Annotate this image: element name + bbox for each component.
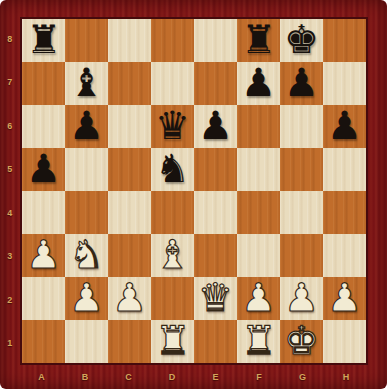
- square-h2[interactable]: ♟: [323, 277, 366, 320]
- square-a5[interactable]: ♟: [22, 148, 65, 191]
- piece-white-pawn: ♟: [69, 278, 104, 317]
- piece-white-rook: ♜: [241, 321, 276, 360]
- square-f7[interactable]: ♟: [237, 62, 280, 105]
- piece-black-rook: ♜: [26, 20, 61, 59]
- file-label-c: C: [107, 365, 151, 389]
- rank-label-8: 8: [0, 17, 20, 61]
- square-b7[interactable]: ♝: [65, 62, 108, 105]
- file-label-f: F: [238, 365, 282, 389]
- chess-board-frame: 87654321 ABCDEFGH ♜♜♚♝♟♟♟♛♟♟♟♞♟♞♝♟♟♛♟♟♟♜…: [0, 0, 387, 389]
- rank-label-7: 7: [0, 61, 20, 105]
- rank-label-3: 3: [0, 235, 20, 279]
- square-c3[interactable]: [108, 234, 151, 277]
- square-f3[interactable]: [237, 234, 280, 277]
- square-f8[interactable]: ♜: [237, 19, 280, 62]
- square-e6[interactable]: ♟: [194, 105, 237, 148]
- square-c2[interactable]: ♟: [108, 277, 151, 320]
- square-c6[interactable]: [108, 105, 151, 148]
- square-e8[interactable]: [194, 19, 237, 62]
- square-f4[interactable]: [237, 191, 280, 234]
- piece-black-bishop: ♝: [69, 63, 104, 102]
- square-c1[interactable]: [108, 320, 151, 363]
- square-d6[interactable]: ♛: [151, 105, 194, 148]
- piece-black-rook: ♜: [241, 20, 276, 59]
- square-e7[interactable]: [194, 62, 237, 105]
- square-b2[interactable]: ♟: [65, 277, 108, 320]
- square-g3[interactable]: [280, 234, 323, 277]
- piece-black-pawn: ♟: [69, 106, 104, 145]
- square-b1[interactable]: [65, 320, 108, 363]
- piece-black-knight: ♞: [155, 149, 190, 188]
- square-g8[interactable]: ♚: [280, 19, 323, 62]
- piece-black-pawn: ♟: [241, 63, 276, 102]
- square-d8[interactable]: [151, 19, 194, 62]
- square-b4[interactable]: [65, 191, 108, 234]
- file-label-b: B: [64, 365, 108, 389]
- square-g2[interactable]: ♟: [280, 277, 323, 320]
- square-d2[interactable]: [151, 277, 194, 320]
- piece-black-pawn: ♟: [198, 106, 233, 145]
- piece-white-pawn: ♟: [284, 278, 319, 317]
- square-c7[interactable]: [108, 62, 151, 105]
- square-f2[interactable]: ♟: [237, 277, 280, 320]
- file-label-d: D: [151, 365, 195, 389]
- square-a2[interactable]: [22, 277, 65, 320]
- piece-white-pawn: ♟: [327, 278, 362, 317]
- square-e1[interactable]: [194, 320, 237, 363]
- square-c8[interactable]: [108, 19, 151, 62]
- square-b8[interactable]: [65, 19, 108, 62]
- square-g1[interactable]: ♚: [280, 320, 323, 363]
- square-a7[interactable]: [22, 62, 65, 105]
- square-e2[interactable]: ♛: [194, 277, 237, 320]
- square-a3[interactable]: ♟: [22, 234, 65, 277]
- piece-white-knight: ♞: [69, 235, 104, 274]
- square-c4[interactable]: [108, 191, 151, 234]
- chess-board: ♜♜♚♝♟♟♟♛♟♟♟♞♟♞♝♟♟♛♟♟♟♜♜♚: [20, 17, 368, 365]
- square-f5[interactable]: [237, 148, 280, 191]
- rank-label-2: 2: [0, 278, 20, 322]
- square-b5[interactable]: [65, 148, 108, 191]
- file-labels: ABCDEFGH: [20, 365, 368, 389]
- square-h7[interactable]: [323, 62, 366, 105]
- piece-black-pawn: ♟: [327, 106, 362, 145]
- piece-black-pawn: ♟: [26, 149, 61, 188]
- rank-label-5: 5: [0, 148, 20, 192]
- square-d7[interactable]: [151, 62, 194, 105]
- piece-white-pawn: ♟: [241, 278, 276, 317]
- piece-white-king: ♚: [284, 321, 319, 360]
- square-a8[interactable]: ♜: [22, 19, 65, 62]
- square-a1[interactable]: [22, 320, 65, 363]
- piece-white-bishop: ♝: [155, 235, 190, 274]
- piece-black-pawn: ♟: [284, 63, 319, 102]
- file-label-h: H: [325, 365, 369, 389]
- square-h5[interactable]: [323, 148, 366, 191]
- file-label-e: E: [194, 365, 238, 389]
- square-d5[interactable]: ♞: [151, 148, 194, 191]
- square-c5[interactable]: [108, 148, 151, 191]
- piece-white-rook: ♜: [155, 321, 190, 360]
- square-d3[interactable]: ♝: [151, 234, 194, 277]
- square-h8[interactable]: [323, 19, 366, 62]
- square-g6[interactable]: [280, 105, 323, 148]
- rank-labels: 87654321: [0, 17, 20, 365]
- piece-white-pawn: ♟: [112, 278, 147, 317]
- square-a4[interactable]: [22, 191, 65, 234]
- piece-white-pawn: ♟: [26, 235, 61, 274]
- square-f1[interactable]: ♜: [237, 320, 280, 363]
- square-a6[interactable]: [22, 105, 65, 148]
- rank-label-6: 6: [0, 104, 20, 148]
- square-g5[interactable]: [280, 148, 323, 191]
- square-h4[interactable]: [323, 191, 366, 234]
- square-e3[interactable]: [194, 234, 237, 277]
- piece-black-king: ♚: [284, 20, 319, 59]
- square-d1[interactable]: ♜: [151, 320, 194, 363]
- square-f6[interactable]: [237, 105, 280, 148]
- file-label-a: A: [20, 365, 64, 389]
- square-g4[interactable]: [280, 191, 323, 234]
- square-e4[interactable]: [194, 191, 237, 234]
- rank-label-4: 4: [0, 191, 20, 235]
- piece-black-queen: ♛: [155, 106, 190, 145]
- file-label-g: G: [281, 365, 325, 389]
- rank-label-1: 1: [0, 322, 20, 366]
- square-h3[interactable]: [323, 234, 366, 277]
- square-b3[interactable]: ♞: [65, 234, 108, 277]
- piece-white-queen: ♛: [198, 278, 233, 317]
- square-h1[interactable]: [323, 320, 366, 363]
- square-e5[interactable]: [194, 148, 237, 191]
- square-g7[interactable]: ♟: [280, 62, 323, 105]
- square-h6[interactable]: ♟: [323, 105, 366, 148]
- square-b6[interactable]: ♟: [65, 105, 108, 148]
- square-d4[interactable]: [151, 191, 194, 234]
